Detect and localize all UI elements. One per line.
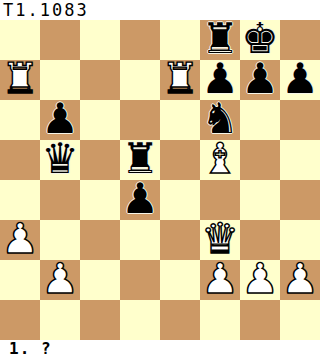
square-f1[interactable] [200,300,240,340]
square-g6[interactable] [240,100,280,140]
white-pawn[interactable]: ♟ [241,260,279,300]
square-d2[interactable] [120,260,160,300]
black-pawn[interactable]: ♟ [121,180,159,220]
white-pawn[interactable]: ♟ [281,260,319,300]
black-knight[interactable]: ♞ [201,100,239,140]
square-f8[interactable]: ♜ [200,20,240,60]
square-h6[interactable] [280,100,320,140]
square-f3[interactable]: ♛ [200,220,240,260]
square-a8[interactable] [0,20,40,60]
square-c3[interactable] [80,220,120,260]
square-b3[interactable] [40,220,80,260]
square-a2[interactable] [0,260,40,300]
square-h3[interactable] [280,220,320,260]
square-h4[interactable] [280,180,320,220]
square-e2[interactable] [160,260,200,300]
square-d6[interactable] [120,100,160,140]
square-g8[interactable]: ♚ [240,20,280,60]
square-a6[interactable] [0,100,40,140]
square-e5[interactable] [160,140,200,180]
square-a5[interactable] [0,140,40,180]
square-f2[interactable]: ♟ [200,260,240,300]
square-b5[interactable]: ♛ [40,140,80,180]
white-bishop[interactable]: ♝ [201,140,239,180]
white-pawn[interactable]: ♟ [41,260,79,300]
square-b8[interactable] [40,20,80,60]
square-d1[interactable] [120,300,160,340]
square-h8[interactable] [280,20,320,60]
white-pawn[interactable]: ♟ [201,260,239,300]
square-c1[interactable] [80,300,120,340]
black-pawn[interactable]: ♟ [201,60,239,100]
square-a1[interactable] [0,300,40,340]
move-prompt: 1. ? [0,340,320,360]
square-b7[interactable] [40,60,80,100]
square-d5[interactable]: ♜ [120,140,160,180]
white-rook[interactable]: ♜ [161,60,199,100]
square-d8[interactable] [120,20,160,60]
black-pawn[interactable]: ♟ [41,100,79,140]
square-h2[interactable]: ♟ [280,260,320,300]
white-queen[interactable]: ♛ [201,220,239,260]
square-a3[interactable]: ♟ [0,220,40,260]
chess-board: ♜♚♜♜♟♟♟♟♞♛♜♝♟♟♛♟♟♟♟ [0,20,320,340]
square-c6[interactable] [80,100,120,140]
square-b2[interactable]: ♟ [40,260,80,300]
square-h5[interactable] [280,140,320,180]
square-e7[interactable]: ♜ [160,60,200,100]
square-b1[interactable] [40,300,80,340]
square-g3[interactable] [240,220,280,260]
square-e8[interactable] [160,20,200,60]
square-g2[interactable]: ♟ [240,260,280,300]
square-c7[interactable] [80,60,120,100]
square-d7[interactable] [120,60,160,100]
chess-puzzle-app: T1.1083 ♜♚♜♜♟♟♟♟♞♛♜♝♟♟♛♟♟♟♟ 1. ? [0,0,320,360]
square-c2[interactable] [80,260,120,300]
black-pawn[interactable]: ♟ [241,60,279,100]
square-f5[interactable]: ♝ [200,140,240,180]
square-b4[interactable] [40,180,80,220]
white-rook[interactable]: ♜ [1,60,39,100]
square-g7[interactable]: ♟ [240,60,280,100]
square-f7[interactable]: ♟ [200,60,240,100]
square-a7[interactable]: ♜ [0,60,40,100]
white-pawn[interactable]: ♟ [1,220,39,260]
square-e3[interactable] [160,220,200,260]
square-c8[interactable] [80,20,120,60]
square-d3[interactable] [120,220,160,260]
square-f6[interactable]: ♞ [200,100,240,140]
square-h1[interactable] [280,300,320,340]
black-pawn[interactable]: ♟ [281,60,319,100]
square-c5[interactable] [80,140,120,180]
square-b6[interactable]: ♟ [40,100,80,140]
square-d4[interactable]: ♟ [120,180,160,220]
square-f4[interactable] [200,180,240,220]
black-rook[interactable]: ♜ [201,20,239,60]
square-e6[interactable] [160,100,200,140]
square-e1[interactable] [160,300,200,340]
puzzle-title: T1.1083 [0,0,320,20]
square-g1[interactable] [240,300,280,340]
square-a4[interactable] [0,180,40,220]
black-queen[interactable]: ♛ [41,140,79,180]
black-rook[interactable]: ♜ [121,140,159,180]
square-g5[interactable] [240,140,280,180]
black-king[interactable]: ♚ [241,20,279,60]
square-h7[interactable]: ♟ [280,60,320,100]
square-c4[interactable] [80,180,120,220]
square-e4[interactable] [160,180,200,220]
square-g4[interactable] [240,180,280,220]
